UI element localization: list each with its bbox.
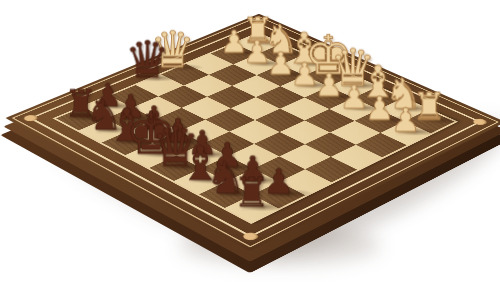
chess-board: ♜♞♟♝♟♛♚♟♛♛♟♝♟♟♞♟♜♟♜♟♞♟♟♝♟♚♟♛♟♝♟♞♟♜ bbox=[5, 14, 500, 251]
white-pawn-glyph: ♟ bbox=[365, 92, 394, 125]
black-rook-glyph: ♜ bbox=[233, 172, 270, 213]
white-pawn-glyph: ♟ bbox=[391, 104, 421, 137]
chess-set-photo: ♜♞♟♝♟♛♚♟♛♛♟♝♟♟♞♟♜♟♜♟♞♟♟♝♟♚♟♛♟♝♟♞♟♜ bbox=[0, 0, 500, 282]
black-queen-glyph: ♛ bbox=[125, 34, 171, 85]
